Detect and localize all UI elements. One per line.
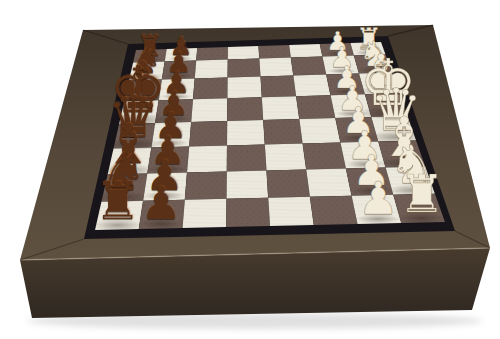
piece-white-pawn-a2: ♟ [358, 176, 399, 221]
piece-black-rook-a8: ♜ [94, 175, 141, 227]
chess-product-photo: ♜♟♟♜♞♟♟♞♝♟♟♝♚♟♟♚♛♟♟♛♝♟♟♝♞♟♟♞♜♟♟♜ [0, 0, 500, 339]
piece-white-rook-a1: ♜ [398, 168, 445, 220]
piece-black-pawn-a7: ♟ [141, 181, 182, 226]
pieces-layer: ♜♟♟♜♞♟♟♞♝♟♟♝♚♟♟♚♛♟♟♛♝♟♟♝♞♟♟♞♜♟♟♜ [0, 0, 500, 339]
